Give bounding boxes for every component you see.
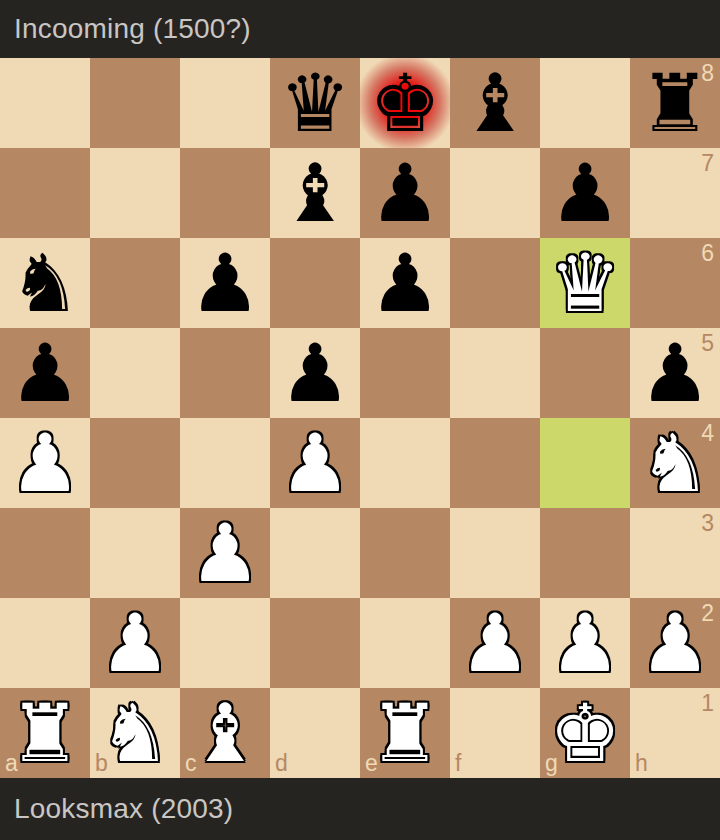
piece-white-pawn[interactable]: ♟ bbox=[180, 508, 270, 598]
square-b1[interactable]: ♞b bbox=[90, 688, 180, 778]
square-b2[interactable]: ♟ bbox=[90, 598, 180, 688]
square-c7[interactable] bbox=[180, 148, 270, 238]
square-f7[interactable] bbox=[450, 148, 540, 238]
square-a8[interactable] bbox=[0, 58, 90, 148]
square-g6[interactable]: ♛ bbox=[540, 238, 630, 328]
square-d3[interactable] bbox=[270, 508, 360, 598]
square-b7[interactable] bbox=[90, 148, 180, 238]
square-e6[interactable]: ♟ bbox=[360, 238, 450, 328]
piece-black-bishop[interactable]: ♝ bbox=[450, 58, 540, 148]
square-b3[interactable] bbox=[90, 508, 180, 598]
file-label-f: f bbox=[455, 752, 461, 775]
square-f5[interactable] bbox=[450, 328, 540, 418]
square-g5[interactable] bbox=[540, 328, 630, 418]
chess-board: ♛♚♝♜8♝♟♟7♞♟♟♛6♟♟♟5♟♟♞4♟3♟♟♟♟2♜a♞b♝cd♜ef♚… bbox=[0, 58, 720, 778]
square-f6[interactable] bbox=[450, 238, 540, 328]
square-g8[interactable] bbox=[540, 58, 630, 148]
top-player-bar: Incooming (1500?) bbox=[0, 0, 720, 58]
piece-black-king[interactable]: ♚ bbox=[360, 58, 450, 148]
piece-black-pawn[interactable]: ♟ bbox=[360, 148, 450, 238]
square-d4[interactable]: ♟ bbox=[270, 418, 360, 508]
square-h1[interactable]: h1 bbox=[630, 688, 720, 778]
square-e5[interactable] bbox=[360, 328, 450, 418]
piece-white-queen[interactable]: ♛ bbox=[540, 238, 630, 328]
square-b5[interactable] bbox=[90, 328, 180, 418]
square-g3[interactable] bbox=[540, 508, 630, 598]
square-g1[interactable]: ♚g bbox=[540, 688, 630, 778]
file-label-d: d bbox=[275, 752, 288, 775]
square-c8[interactable] bbox=[180, 58, 270, 148]
square-e1[interactable]: ♜e bbox=[360, 688, 450, 778]
rank-label-1: 1 bbox=[701, 692, 714, 715]
square-e2[interactable] bbox=[360, 598, 450, 688]
square-g4[interactable] bbox=[540, 418, 630, 508]
square-a6[interactable]: ♞ bbox=[0, 238, 90, 328]
piece-white-pawn[interactable]: ♟ bbox=[270, 418, 360, 508]
piece-black-pawn[interactable]: ♟ bbox=[0, 328, 90, 418]
square-f3[interactable] bbox=[450, 508, 540, 598]
square-e8[interactable]: ♚ bbox=[360, 58, 450, 148]
piece-black-pawn[interactable]: ♟ bbox=[270, 328, 360, 418]
piece-black-pawn[interactable]: ♟ bbox=[630, 328, 720, 418]
rank-label-3: 3 bbox=[701, 512, 714, 535]
square-b4[interactable] bbox=[90, 418, 180, 508]
bottom-player-name: Looksmax (2003) bbox=[14, 793, 233, 825]
piece-black-knight[interactable]: ♞ bbox=[0, 238, 90, 328]
piece-black-queen[interactable]: ♛ bbox=[270, 58, 360, 148]
square-d6[interactable] bbox=[270, 238, 360, 328]
piece-black-pawn[interactable]: ♟ bbox=[360, 238, 450, 328]
square-c2[interactable] bbox=[180, 598, 270, 688]
square-a4[interactable]: ♟ bbox=[0, 418, 90, 508]
square-d1[interactable]: d bbox=[270, 688, 360, 778]
square-h6[interactable]: 6 bbox=[630, 238, 720, 328]
square-h8[interactable]: ♜8 bbox=[630, 58, 720, 148]
piece-black-pawn[interactable]: ♟ bbox=[180, 238, 270, 328]
piece-white-pawn[interactable]: ♟ bbox=[90, 598, 180, 688]
square-d5[interactable]: ♟ bbox=[270, 328, 360, 418]
square-c5[interactable] bbox=[180, 328, 270, 418]
square-b8[interactable] bbox=[90, 58, 180, 148]
square-c3[interactable]: ♟ bbox=[180, 508, 270, 598]
piece-black-pawn[interactable]: ♟ bbox=[540, 148, 630, 238]
square-c6[interactable]: ♟ bbox=[180, 238, 270, 328]
square-a5[interactable]: ♟ bbox=[0, 328, 90, 418]
piece-white-rook[interactable]: ♜ bbox=[360, 688, 450, 778]
square-h7[interactable]: 7 bbox=[630, 148, 720, 238]
square-c4[interactable] bbox=[180, 418, 270, 508]
bottom-player-bar: Looksmax (2003) bbox=[0, 778, 720, 840]
piece-white-pawn[interactable]: ♟ bbox=[540, 598, 630, 688]
square-b6[interactable] bbox=[90, 238, 180, 328]
square-g7[interactable]: ♟ bbox=[540, 148, 630, 238]
piece-white-pawn[interactable]: ♟ bbox=[450, 598, 540, 688]
piece-white-rook[interactable]: ♜ bbox=[0, 688, 90, 778]
square-d2[interactable] bbox=[270, 598, 360, 688]
square-f4[interactable] bbox=[450, 418, 540, 508]
square-f8[interactable]: ♝ bbox=[450, 58, 540, 148]
piece-white-knight[interactable]: ♞ bbox=[90, 688, 180, 778]
square-a2[interactable] bbox=[0, 598, 90, 688]
square-e7[interactable]: ♟ bbox=[360, 148, 450, 238]
piece-white-knight[interactable]: ♞ bbox=[630, 418, 720, 508]
square-d8[interactable]: ♛ bbox=[270, 58, 360, 148]
rank-label-6: 6 bbox=[701, 242, 714, 265]
piece-black-rook[interactable]: ♜ bbox=[630, 58, 720, 148]
square-f2[interactable]: ♟ bbox=[450, 598, 540, 688]
square-e4[interactable] bbox=[360, 418, 450, 508]
piece-white-pawn[interactable]: ♟ bbox=[630, 598, 720, 688]
square-h3[interactable]: 3 bbox=[630, 508, 720, 598]
square-c1[interactable]: ♝c bbox=[180, 688, 270, 778]
top-player-name: Incooming (1500?) bbox=[14, 13, 251, 45]
piece-white-pawn[interactable]: ♟ bbox=[0, 418, 90, 508]
square-h5[interactable]: ♟5 bbox=[630, 328, 720, 418]
square-a1[interactable]: ♜a bbox=[0, 688, 90, 778]
square-d7[interactable]: ♝ bbox=[270, 148, 360, 238]
piece-white-bishop[interactable]: ♝ bbox=[180, 688, 270, 778]
square-h4[interactable]: ♞4 bbox=[630, 418, 720, 508]
piece-white-king[interactable]: ♚ bbox=[540, 688, 630, 778]
square-a3[interactable] bbox=[0, 508, 90, 598]
square-g2[interactable]: ♟ bbox=[540, 598, 630, 688]
rank-label-7: 7 bbox=[701, 152, 714, 175]
piece-black-bishop[interactable]: ♝ bbox=[270, 148, 360, 238]
file-label-h: h bbox=[635, 752, 648, 775]
square-a7[interactable] bbox=[0, 148, 90, 238]
square-h2[interactable]: ♟2 bbox=[630, 598, 720, 688]
square-e3[interactable] bbox=[360, 508, 450, 598]
square-f1[interactable]: f bbox=[450, 688, 540, 778]
